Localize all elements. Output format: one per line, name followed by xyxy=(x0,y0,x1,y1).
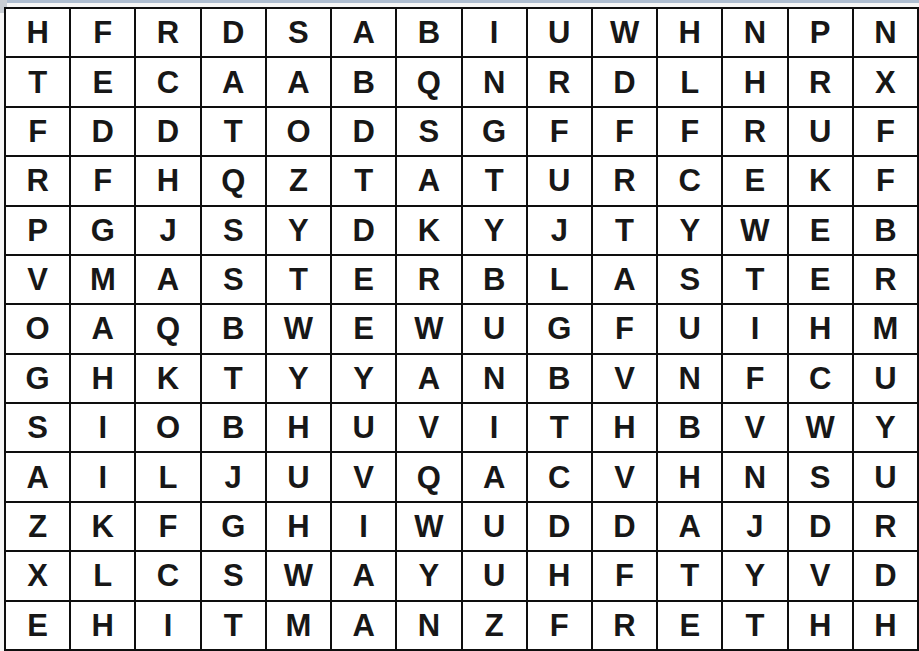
grid-cell[interactable]: B xyxy=(202,305,265,352)
grid-cell[interactable]: U xyxy=(267,453,330,500)
grid-cell[interactable]: A xyxy=(202,58,265,105)
grid-cell[interactable]: Y xyxy=(658,207,721,254)
grid-cell[interactable]: R xyxy=(6,157,69,204)
grid-cell[interactable]: G xyxy=(71,207,134,254)
grid-cell[interactable]: A xyxy=(71,305,134,352)
grid-cell[interactable]: U xyxy=(854,453,917,500)
grid-cell[interactable]: Q xyxy=(397,453,460,500)
grid-cell[interactable]: V xyxy=(593,453,656,500)
grid-cell[interactable]: H xyxy=(71,355,134,402)
grid-cell[interactable]: E xyxy=(789,256,852,303)
grid-cell[interactable]: L xyxy=(136,453,199,500)
grid-cell[interactable]: H xyxy=(658,9,721,56)
grid-cell[interactable]: E xyxy=(332,305,395,352)
grid-cell[interactable]: F xyxy=(723,355,786,402)
grid-cell[interactable]: T xyxy=(332,157,395,204)
grid-cell[interactable]: U xyxy=(528,157,591,204)
grid-cell[interactable]: U xyxy=(463,552,526,599)
grid-cell[interactable]: D xyxy=(332,108,395,155)
grid-cell[interactable]: A xyxy=(267,58,330,105)
grid-cell[interactable]: S xyxy=(6,404,69,451)
grid-cell[interactable]: H xyxy=(6,9,69,56)
grid-cell[interactable]: E xyxy=(71,58,134,105)
grid-cell[interactable]: R xyxy=(528,58,591,105)
grid-cell[interactable]: X xyxy=(854,58,917,105)
grid-cell[interactable]: W xyxy=(397,503,460,550)
grid-cell[interactable]: O xyxy=(6,305,69,352)
grid-cell[interactable]: D xyxy=(854,552,917,599)
grid-cell[interactable]: F xyxy=(854,157,917,204)
grid-cell[interactable]: K xyxy=(136,355,199,402)
grid-cell[interactable]: D xyxy=(789,503,852,550)
grid-cell[interactable]: D xyxy=(71,108,134,155)
grid-cell[interactable]: U xyxy=(463,503,526,550)
grid-cell[interactable]: S xyxy=(267,9,330,56)
grid-cell[interactable]: Q xyxy=(136,305,199,352)
grid-cell[interactable]: C xyxy=(658,157,721,204)
grid-cell[interactable]: J xyxy=(528,207,591,254)
grid-cell[interactable]: R xyxy=(723,108,786,155)
grid-cell[interactable]: M xyxy=(854,305,917,352)
grid-cell[interactable]: R xyxy=(854,256,917,303)
grid-cell[interactable]: A xyxy=(6,453,69,500)
grid-cell[interactable]: S xyxy=(658,256,721,303)
grid-cell[interactable]: Y xyxy=(854,404,917,451)
grid-cell[interactable]: P xyxy=(6,207,69,254)
grid-cell[interactable]: H xyxy=(267,503,330,550)
word-search-grid: HFRDSABIUWHNPNTECAABQNRDLHRXFDDTODSGFFFR… xyxy=(4,7,919,651)
grid-cell[interactable]: T xyxy=(6,58,69,105)
grid-cell[interactable]: T xyxy=(528,404,591,451)
grid-cell[interactable]: F xyxy=(658,108,721,155)
grid-cell[interactable]: D xyxy=(528,503,591,550)
grid-cell[interactable]: F xyxy=(593,305,656,352)
grid-cell[interactable]: H xyxy=(658,453,721,500)
grid-cell[interactable]: A xyxy=(332,602,395,649)
grid-cell[interactable]: N xyxy=(723,453,786,500)
grid-cell[interactable]: C xyxy=(528,453,591,500)
grid-cell[interactable]: T xyxy=(202,355,265,402)
grid-cell[interactable]: H xyxy=(593,404,656,451)
grid-cell[interactable]: H xyxy=(71,602,134,649)
grid-cell[interactable]: W xyxy=(397,305,460,352)
grid-cell[interactable]: O xyxy=(136,404,199,451)
grid-cell[interactable]: N xyxy=(723,9,786,56)
grid-cell[interactable]: F xyxy=(71,157,134,204)
grid-cell[interactable]: Z xyxy=(267,157,330,204)
grid-cell[interactable]: D xyxy=(593,503,656,550)
grid-cell[interactable]: I xyxy=(136,602,199,649)
grid-cell[interactable]: D xyxy=(593,58,656,105)
grid-cell[interactable]: W xyxy=(789,404,852,451)
grid-cell[interactable]: G xyxy=(6,355,69,402)
grid-cell[interactable]: Q xyxy=(202,157,265,204)
grid-cell[interactable]: R xyxy=(397,256,460,303)
grid-cell[interactable]: X xyxy=(6,552,69,599)
grid-cell[interactable]: I xyxy=(71,453,134,500)
grid-cell[interactable]: O xyxy=(267,108,330,155)
grid-cell[interactable]: F xyxy=(528,108,591,155)
grid-cell[interactable]: F xyxy=(854,108,917,155)
grid-cell[interactable]: T xyxy=(463,157,526,204)
grid-cell[interactable]: K xyxy=(71,503,134,550)
grid-cell[interactable]: S xyxy=(202,256,265,303)
grid-cell[interactable]: V xyxy=(593,355,656,402)
grid-cell[interactable]: H xyxy=(854,602,917,649)
grid-cell[interactable]: U xyxy=(854,355,917,402)
grid-cell[interactable]: S xyxy=(202,207,265,254)
grid-cell[interactable]: V xyxy=(789,552,852,599)
grid-cell[interactable]: E xyxy=(658,602,721,649)
grid-cell[interactable]: T xyxy=(202,108,265,155)
grid-cell[interactable]: A xyxy=(332,9,395,56)
grid-cell[interactable]: G xyxy=(202,503,265,550)
grid-cell[interactable]: F xyxy=(528,602,591,649)
grid-cell[interactable]: F xyxy=(6,108,69,155)
grid-cell[interactable]: A xyxy=(332,552,395,599)
grid-cell[interactable]: B xyxy=(397,9,460,56)
grid-cell[interactable]: N xyxy=(463,58,526,105)
grid-cell[interactable]: V xyxy=(332,453,395,500)
grid-cell[interactable]: W xyxy=(593,9,656,56)
grid-cell[interactable]: I xyxy=(463,9,526,56)
grid-cell[interactable]: H xyxy=(528,552,591,599)
grid-cell[interactable]: M xyxy=(71,256,134,303)
grid-cell[interactable]: Y xyxy=(397,552,460,599)
grid-cell[interactable]: T xyxy=(593,207,656,254)
grid-cell[interactable]: R xyxy=(593,157,656,204)
grid-cell[interactable]: E xyxy=(789,207,852,254)
grid-cell[interactable]: U xyxy=(658,305,721,352)
grid-cell[interactable]: C xyxy=(136,58,199,105)
grid-cell[interactable]: H xyxy=(267,404,330,451)
grid-cell[interactable]: R xyxy=(789,58,852,105)
grid-cell[interactable]: D xyxy=(202,9,265,56)
grid-cell[interactable]: F xyxy=(593,552,656,599)
grid-cell[interactable]: B xyxy=(463,256,526,303)
grid-cell[interactable]: W xyxy=(723,207,786,254)
grid-cell[interactable]: R xyxy=(593,602,656,649)
grid-cell[interactable]: A xyxy=(593,256,656,303)
grid-cell[interactable]: T xyxy=(723,256,786,303)
grid-cell[interactable]: T xyxy=(658,552,721,599)
grid-cell[interactable]: H xyxy=(789,305,852,352)
grid-cell[interactable]: V xyxy=(397,404,460,451)
grid-cell[interactable]: I xyxy=(71,404,134,451)
grid-cell[interactable]: T xyxy=(723,602,786,649)
grid-cell[interactable]: Z xyxy=(6,503,69,550)
grid-cell[interactable]: Z xyxy=(463,602,526,649)
grid-cell[interactable]: B xyxy=(528,355,591,402)
grid-cell[interactable]: N xyxy=(397,602,460,649)
grid-cell[interactable]: W xyxy=(267,305,330,352)
grid-cell[interactable]: F xyxy=(593,108,656,155)
grid-cell[interactable]: Y xyxy=(332,355,395,402)
grid-cell[interactable]: H xyxy=(789,602,852,649)
grid-cell[interactable]: T xyxy=(267,256,330,303)
grid-cell[interactable]: U xyxy=(463,305,526,352)
grid-cell[interactable]: V xyxy=(723,404,786,451)
grid-cell[interactable]: W xyxy=(267,552,330,599)
grid-cell[interactable]: R xyxy=(854,503,917,550)
grid-cell[interactable]: U xyxy=(789,108,852,155)
grid-cell[interactable]: Y xyxy=(723,552,786,599)
grid-cell[interactable]: G xyxy=(528,305,591,352)
grid-cell[interactable]: Y xyxy=(267,207,330,254)
grid-cell[interactable]: L xyxy=(658,58,721,105)
grid-cell[interactable]: L xyxy=(71,552,134,599)
grid-cell[interactable]: B xyxy=(332,58,395,105)
grid-cell[interactable]: N xyxy=(463,355,526,402)
grid-cell[interactable]: N xyxy=(658,355,721,402)
grid-cell[interactable]: N xyxy=(854,9,917,56)
grid-cell[interactable]: A xyxy=(658,503,721,550)
grid-cell[interactable]: V xyxy=(6,256,69,303)
grid-cell[interactable]: D xyxy=(332,207,395,254)
grid-cell[interactable]: Y xyxy=(267,355,330,402)
grid-cell[interactable]: I xyxy=(723,305,786,352)
grid-cell[interactable]: A xyxy=(397,157,460,204)
grid-cell[interactable]: J xyxy=(136,207,199,254)
grid-cell[interactable]: E xyxy=(723,157,786,204)
grid-cell[interactable]: B xyxy=(854,207,917,254)
grid-cell[interactable]: G xyxy=(463,108,526,155)
grid-cell[interactable]: C xyxy=(136,552,199,599)
grid-cell[interactable]: S xyxy=(789,453,852,500)
grid-cell[interactable]: A xyxy=(397,355,460,402)
grid-cell[interactable]: Y xyxy=(463,207,526,254)
grid-cell[interactable]: U xyxy=(332,404,395,451)
grid-cell[interactable]: Q xyxy=(397,58,460,105)
grid-cell[interactable]: U xyxy=(528,9,591,56)
grid-cell[interactable]: E xyxy=(332,256,395,303)
grid-cell[interactable]: S xyxy=(202,552,265,599)
grid-cell[interactable]: L xyxy=(528,256,591,303)
grid-cell[interactable]: B xyxy=(658,404,721,451)
grid-cell[interactable]: F xyxy=(136,503,199,550)
grid-cell[interactable]: J xyxy=(723,503,786,550)
grid-cell[interactable]: T xyxy=(202,602,265,649)
grid-cell[interactable]: I xyxy=(463,404,526,451)
grid-cell[interactable]: P xyxy=(789,9,852,56)
window-edge-artifact xyxy=(0,0,919,3)
grid-cell[interactable]: E xyxy=(6,602,69,649)
grid-cell[interactable]: B xyxy=(202,404,265,451)
grid-cell[interactable]: H xyxy=(136,157,199,204)
grid-cell[interactable]: F xyxy=(71,9,134,56)
grid-cell[interactable]: D xyxy=(136,108,199,155)
grid-cell[interactable]: H xyxy=(723,58,786,105)
grid-cell[interactable]: J xyxy=(202,453,265,500)
grid-cell[interactable]: K xyxy=(397,207,460,254)
grid-cell[interactable]: A xyxy=(136,256,199,303)
grid-cell[interactable]: K xyxy=(789,157,852,204)
grid-cell[interactable]: R xyxy=(136,9,199,56)
grid-cell[interactable]: I xyxy=(332,503,395,550)
grid-cell[interactable]: S xyxy=(397,108,460,155)
grid-cell[interactable]: M xyxy=(267,602,330,649)
grid-cell[interactable]: C xyxy=(789,355,852,402)
grid-cell[interactable]: A xyxy=(463,453,526,500)
